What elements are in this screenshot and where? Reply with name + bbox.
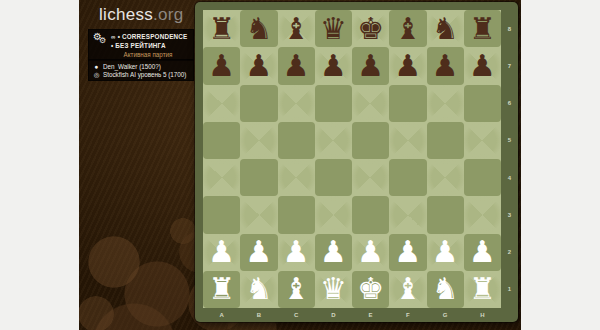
piece-black-pawn[interactable]: ♟ (245, 48, 272, 84)
square-f2[interactable]: ♟ (389, 234, 426, 271)
square-g6[interactable] (427, 85, 464, 122)
dark-square-inlay (464, 159, 501, 196)
piece-black-knight[interactable]: ♞ (245, 11, 272, 47)
players-panel: ● Den_Walker (1500?) ◎ Stockfish AI уров… (88, 59, 194, 81)
square-f1[interactable]: ♝ (389, 271, 426, 308)
piece-white-pawn[interactable]: ♟ (245, 234, 272, 270)
square-b1[interactable]: ♞ (240, 271, 277, 308)
piece-black-knight[interactable]: ♞ (432, 11, 459, 47)
rank-labels: 87654321 (501, 10, 518, 308)
square-c4[interactable] (278, 159, 315, 196)
logo-text-lichess: lichess (99, 5, 153, 24)
square-g1[interactable]: ♞ (427, 271, 464, 308)
square-d6[interactable] (315, 85, 352, 122)
rank-label-8: 8 (501, 10, 518, 47)
square-h2[interactable]: ♟ (464, 234, 501, 271)
dark-square-inlay (278, 196, 315, 233)
game-info-panel: ⚙ ⚙ ∞ • CORRESPONDENCE • БЕЗ РЕЙТИНГА Ак… (88, 29, 194, 61)
file-label-d: D (315, 308, 352, 321)
file-label-c: C (278, 308, 315, 321)
square-a7[interactable]: ♟ (203, 47, 240, 84)
square-b4[interactable] (240, 159, 277, 196)
square-e4[interactable] (352, 159, 389, 196)
square-e6[interactable] (352, 85, 389, 122)
rank-label-4: 4 (501, 159, 518, 196)
piece-black-pawn[interactable]: ♟ (469, 48, 496, 84)
square-e5[interactable] (352, 122, 389, 159)
piece-white-knight[interactable]: ♞ (432, 271, 459, 307)
square-g4[interactable] (427, 159, 464, 196)
dark-square-inlay (352, 122, 389, 159)
square-b2[interactable]: ♟ (240, 234, 277, 271)
dark-square-inlay (203, 122, 240, 159)
square-g2[interactable]: ♟ (427, 234, 464, 271)
square-h7[interactable]: ♟ (464, 47, 501, 84)
lichess-app-window: lichess.org ⚙ ⚙ ∞ • CORRESPONDENCE • БЕЗ… (79, 0, 521, 330)
square-a6[interactable] (203, 85, 240, 122)
square-g7[interactable]: ♟ (427, 47, 464, 84)
player-row-black[interactable]: ◎ Stockfish AI уровень 5 (1700) (93, 70, 189, 78)
file-label-a: A (203, 308, 240, 321)
square-e3[interactable] (352, 196, 389, 233)
piece-black-queen[interactable]: ♛ (320, 11, 347, 47)
piece-black-pawn[interactable]: ♟ (283, 48, 310, 84)
piece-white-king[interactable]: ♚ (357, 271, 384, 307)
logo-text-org: .org (153, 5, 184, 24)
square-c5[interactable] (278, 122, 315, 159)
piece-white-pawn[interactable]: ♟ (394, 234, 421, 270)
piece-white-bishop[interactable]: ♝ (283, 271, 310, 307)
square-c6[interactable] (278, 85, 315, 122)
dark-square-inlay (427, 196, 464, 233)
square-h8[interactable]: ♜ (464, 10, 501, 47)
square-f6[interactable] (389, 85, 426, 122)
piece-black-bishop[interactable]: ♝ (394, 11, 421, 47)
square-b3[interactable] (240, 196, 277, 233)
square-f5[interactable] (389, 122, 426, 159)
piece-white-pawn[interactable]: ♟ (469, 234, 496, 270)
square-f4[interactable] (389, 159, 426, 196)
square-g5[interactable] (427, 122, 464, 159)
square-a1[interactable]: ♜ (203, 271, 240, 308)
square-d4[interactable] (315, 159, 352, 196)
piece-black-king[interactable]: ♚ (357, 11, 384, 47)
piece-white-pawn[interactable]: ♟ (432, 234, 459, 270)
square-h5[interactable] (464, 122, 501, 159)
piece-black-pawn[interactable]: ♟ (432, 48, 459, 84)
square-f3[interactable] (389, 196, 426, 233)
square-d3[interactable] (315, 196, 352, 233)
square-d1[interactable]: ♛ (315, 271, 352, 308)
player-white-icon: ● (93, 63, 100, 70)
piece-white-pawn[interactable]: ♟ (208, 234, 235, 270)
dark-square-inlay (389, 85, 426, 122)
dark-square-inlay (315, 159, 352, 196)
piece-black-rook[interactable]: ♜ (469, 11, 496, 47)
rank-label-2: 2 (501, 234, 518, 271)
file-label-e: E (352, 308, 389, 321)
rank-label-6: 6 (501, 85, 518, 122)
square-a2[interactable]: ♟ (203, 234, 240, 271)
square-b7[interactable]: ♟ (240, 47, 277, 84)
screenshot-canvas: lichess.org ⚙ ⚙ ∞ • CORRESPONDENCE • БЕЗ… (0, 0, 600, 330)
square-c7[interactable]: ♟ (278, 47, 315, 84)
piece-white-bishop[interactable]: ♝ (394, 271, 421, 307)
piece-white-pawn[interactable]: ♟ (357, 234, 384, 270)
square-a5[interactable] (203, 122, 240, 159)
square-b8[interactable]: ♞ (240, 10, 277, 47)
dark-square-inlay (389, 159, 426, 196)
square-c2[interactable]: ♟ (278, 234, 315, 271)
file-label-b: B (240, 308, 277, 321)
piece-black-pawn[interactable]: ♟ (357, 48, 384, 84)
square-b6[interactable] (240, 85, 277, 122)
square-h4[interactable] (464, 159, 501, 196)
piece-white-pawn[interactable]: ♟ (320, 234, 347, 270)
square-b5[interactable] (240, 122, 277, 159)
piece-black-pawn[interactable]: ♟ (394, 48, 421, 84)
rank-label-5: 5 (501, 122, 518, 159)
piece-black-bishop[interactable]: ♝ (283, 11, 310, 47)
board-squares: ♜♞♝♛♚♝♞♜♟♟♟♟♟♟♟♟♟♟♟♟♟♟♟♟♜♞♝♛♚♝♞♜ (203, 10, 501, 308)
file-labels: ABCDEFGH (203, 308, 501, 321)
rank-label-3: 3 (501, 196, 518, 233)
file-label-f: F (389, 308, 426, 321)
dark-square-inlay (240, 159, 277, 196)
square-d5[interactable] (315, 122, 352, 159)
square-e7[interactable]: ♟ (352, 47, 389, 84)
square-h1[interactable]: ♜ (464, 271, 501, 308)
square-g8[interactable]: ♞ (427, 10, 464, 47)
lichess-logo[interactable]: lichess.org (99, 5, 184, 25)
game-status-text: Активная партия (93, 51, 189, 58)
dark-square-inlay (240, 85, 277, 122)
square-h6[interactable] (464, 85, 501, 122)
player-row-white[interactable]: ● Den_Walker (1500?) (93, 62, 189, 70)
square-c3[interactable] (278, 196, 315, 233)
file-label-h: H (464, 308, 501, 321)
player-white-name: Den_Walker (1500?) (103, 63, 161, 70)
piece-black-rook[interactable]: ♜ (208, 11, 235, 47)
square-g3[interactable] (427, 196, 464, 233)
dark-square-inlay (278, 122, 315, 159)
piece-white-pawn[interactable]: ♟ (283, 234, 310, 270)
square-d2[interactable]: ♟ (315, 234, 352, 271)
square-e1[interactable]: ♚ (352, 271, 389, 308)
game-type-text: ∞ • CORRESPONDENCE • БЕЗ РЕЙТИНГА (111, 33, 189, 50)
dark-square-inlay (352, 196, 389, 233)
piece-white-queen[interactable]: ♛ (320, 271, 347, 307)
player-ai-icon: ◎ (93, 71, 100, 78)
piece-white-knight[interactable]: ♞ (245, 271, 272, 307)
player-ai-name: Stockfish AI уровень 5 (1700) (103, 71, 186, 78)
square-h3[interactable] (464, 196, 501, 233)
dark-square-inlay (203, 196, 240, 233)
square-e8[interactable]: ♚ (352, 10, 389, 47)
chess-board: ♜♞♝♛♚♝♞♜♟♟♟♟♟♟♟♟♟♟♟♟♟♟♟♟♜♞♝♛♚♝♞♜ 8765432… (195, 2, 518, 322)
square-a8[interactable]: ♜ (203, 10, 240, 47)
square-e2[interactable]: ♟ (352, 234, 389, 271)
rank-label-1: 1 (501, 271, 518, 308)
settings-gears-icon: ⚙ ⚙ (93, 33, 108, 47)
piece-white-rook[interactable]: ♜ (208, 271, 235, 307)
dark-square-inlay (464, 85, 501, 122)
square-f8[interactable]: ♝ (389, 10, 426, 47)
square-c8[interactable]: ♝ (278, 10, 315, 47)
square-d7[interactable]: ♟ (315, 47, 352, 84)
piece-black-pawn[interactable]: ♟ (208, 48, 235, 84)
rank-label-7: 7 (501, 47, 518, 84)
square-a4[interactable] (203, 159, 240, 196)
dark-square-inlay (315, 85, 352, 122)
square-a3[interactable] (203, 196, 240, 233)
piece-black-pawn[interactable]: ♟ (320, 48, 347, 84)
square-f7[interactable]: ♟ (389, 47, 426, 84)
square-d8[interactable]: ♛ (315, 10, 352, 47)
file-label-g: G (427, 308, 464, 321)
square-c1[interactable]: ♝ (278, 271, 315, 308)
dark-square-inlay (427, 122, 464, 159)
piece-white-rook[interactable]: ♜ (469, 271, 496, 307)
